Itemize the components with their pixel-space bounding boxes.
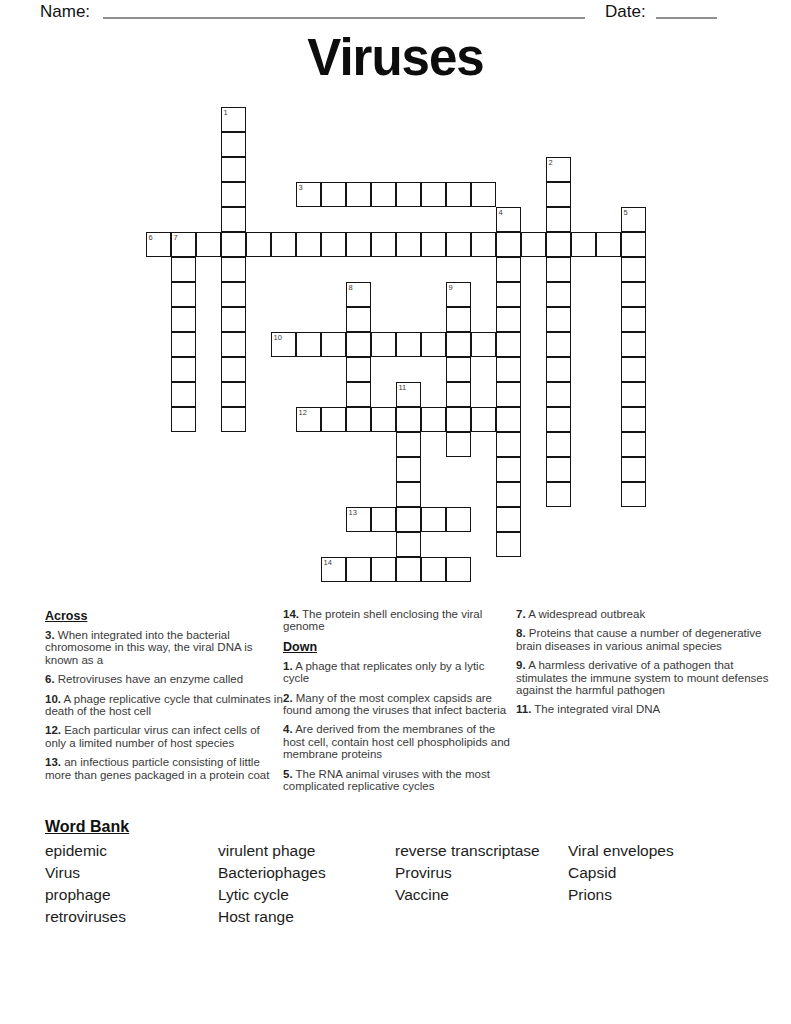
clue-number-5: 5 (624, 208, 628, 217)
grid-cell-r6c19[interactable] (621, 257, 646, 282)
grid-cell-r2c16[interactable]: 2 (546, 157, 571, 182)
grid-cell-r5c9[interactable] (371, 232, 396, 257)
grid-cell-r12c6[interactable]: 12 (296, 407, 321, 432)
grid-cell-r8c19[interactable] (621, 307, 646, 332)
grid-cell-r11c12[interactable] (446, 382, 471, 407)
date-label: Date: (605, 2, 646, 22)
grid-cell-r6c3[interactable] (221, 257, 246, 282)
puzzle-title: Viruses (0, 28, 791, 87)
grid-cell-r18c11[interactable] (421, 557, 446, 582)
grid-cell-r7c16[interactable] (546, 282, 571, 307)
clue-number-9: 9 (449, 283, 453, 292)
grid-cell-r16c9[interactable] (371, 507, 396, 532)
grid-cell-r6c16[interactable] (546, 257, 571, 282)
grid-cell-r9c11[interactable] (421, 332, 446, 357)
word-bank-item-13: retroviruses (45, 908, 218, 930)
clue-across-14: 14. The protein shell enclosing the vira… (283, 608, 513, 633)
clue-number-13: 13 (349, 508, 357, 517)
clue-number-1: 1 (224, 108, 228, 117)
clue-across-10: 10. A phage replicative cycle that culmi… (45, 693, 283, 718)
grid-cell-r8c3[interactable] (221, 307, 246, 332)
clue-number-4: 4 (499, 208, 503, 217)
grid-cell-r10c3[interactable] (221, 357, 246, 382)
grid-cell-r9c8[interactable] (346, 332, 371, 357)
clue-down-2: 2. Many of the most complex capsids are … (283, 692, 513, 717)
down-heading: Down (283, 640, 513, 654)
grid-cell-r9c6[interactable] (296, 332, 321, 357)
grid-cell-r9c14[interactable] (496, 332, 521, 357)
grid-cell-r10c19[interactable] (621, 357, 646, 382)
grid-cell-r6c14[interactable] (496, 257, 521, 282)
grid-cell-r3c11[interactable] (421, 182, 446, 207)
word-bank-item-2: virulent phage (218, 842, 395, 864)
grid-cell-r5c5[interactable] (271, 232, 296, 257)
grid-cell-r9c9[interactable] (371, 332, 396, 357)
grid-cell-r4c19[interactable]: 5 (621, 207, 646, 232)
grid-cell-r12c19[interactable] (621, 407, 646, 432)
word-bank: epidemicvirulent phagereverse transcript… (45, 842, 765, 930)
grid-cell-r8c8[interactable] (346, 307, 371, 332)
grid-cell-r16c8[interactable]: 13 (346, 507, 371, 532)
grid-cell-r11c19[interactable] (621, 382, 646, 407)
clues-column-2: 14. The protein shell enclosing the vira… (283, 608, 513, 799)
grid-cell-r5c2[interactable] (196, 232, 221, 257)
grid-cell-r9c16[interactable] (546, 332, 571, 357)
grid-cell-r3c6[interactable]: 3 (296, 182, 321, 207)
grid-cell-r4c14[interactable]: 4 (496, 207, 521, 232)
grid-cell-r13c12[interactable] (446, 432, 471, 457)
clue-across-12: 12. Each particular virus can infect cel… (45, 724, 283, 749)
grid-cell-r7c3[interactable] (221, 282, 246, 307)
grid-cell-r11c3[interactable] (221, 382, 246, 407)
grid-cell-r11c10[interactable]: 11 (396, 382, 421, 407)
grid-cell-r18c9[interactable] (371, 557, 396, 582)
grid-cell-r15c19[interactable] (621, 482, 646, 507)
grid-cell-r4c16[interactable] (546, 207, 571, 232)
grid-cell-r18c8[interactable] (346, 557, 371, 582)
grid-cell-r5c1[interactable]: 7 (171, 232, 196, 257)
grid-cell-r8c1[interactable] (171, 307, 196, 332)
grid-cell-r14c19[interactable] (621, 457, 646, 482)
grid-cell-r5c12[interactable] (446, 232, 471, 257)
grid-cell-r2c3[interactable] (221, 157, 246, 182)
grid-cell-r3c7[interactable] (321, 182, 346, 207)
grid-cell-r8c16[interactable] (546, 307, 571, 332)
grid-cell-r11c16[interactable] (546, 382, 571, 407)
grid-cell-r11c8[interactable] (346, 382, 371, 407)
across-heading: Across (45, 609, 283, 623)
grid-cell-r7c8[interactable]: 8 (346, 282, 371, 307)
grid-cell-r10c8[interactable] (346, 357, 371, 382)
clue-down-1: 1. A phage that replicates only by a lyt… (283, 660, 513, 685)
worksheet-page: Name: Date: Viruses 1234567891011121314 … (0, 0, 791, 1024)
grid-cell-r5c4[interactable] (246, 232, 271, 257)
name-label: Name: (40, 2, 90, 22)
grid-cell-r12c8[interactable] (346, 407, 371, 432)
clue-number-10: 10 (274, 333, 282, 342)
grid-cell-r5c7[interactable] (321, 232, 346, 257)
grid-cell-r10c12[interactable] (446, 357, 471, 382)
grid-cell-r7c12[interactable]: 9 (446, 282, 471, 307)
grid-cell-r12c14[interactable] (496, 407, 521, 432)
grid-cell-r7c14[interactable] (496, 282, 521, 307)
word-bank-heading: Word Bank (45, 818, 129, 836)
grid-cell-r3c8[interactable] (346, 182, 371, 207)
clue-number-6: 6 (149, 233, 153, 242)
grid-cell-r16c10[interactable] (396, 507, 421, 532)
grid-cell-r7c1[interactable] (171, 282, 196, 307)
word-bank-item-5: Virus (45, 864, 218, 886)
grid-cell-r12c10[interactable] (396, 407, 421, 432)
grid-cell-r12c16[interactable] (546, 407, 571, 432)
grid-cell-r9c3[interactable] (221, 332, 246, 357)
grid-cell-r13c16[interactable] (546, 432, 571, 457)
grid-cell-r14c16[interactable] (546, 457, 571, 482)
grid-cell-r9c5[interactable]: 10 (271, 332, 296, 357)
clues-column-3: 7. A widespread outbreak8. Proteins that… (516, 608, 772, 723)
grid-cell-r0c3[interactable]: 1 (221, 107, 246, 132)
grid-cell-r17c14[interactable] (496, 532, 521, 557)
grid-cell-r3c13[interactable] (471, 182, 496, 207)
grid-cell-r3c3[interactable] (221, 182, 246, 207)
clue-down-9: 9. A harmless derivative of a pathogen t… (516, 659, 772, 696)
clue-across-13: 13. an infectious particle consisting of… (45, 756, 283, 781)
word-bank-item-8: Capsid (568, 864, 765, 886)
clue-number-8: 8 (349, 283, 353, 292)
grid-cell-r3c10[interactable] (396, 182, 421, 207)
grid-cell-r18c12[interactable] (446, 557, 471, 582)
grid-cell-r1c3[interactable] (221, 132, 246, 157)
grid-cell-r9c19[interactable] (621, 332, 646, 357)
clues-column-1: Across3. When integrated into the bacter… (45, 608, 283, 788)
grid-cell-r5c3[interactable] (221, 232, 246, 257)
grid-cell-r10c14[interactable] (496, 357, 521, 382)
grid-cell-r3c9[interactable] (371, 182, 396, 207)
clue-number-2: 2 (549, 158, 553, 167)
grid-cell-r5c0[interactable]: 6 (146, 232, 171, 257)
grid-cell-r10c16[interactable] (546, 357, 571, 382)
grid-cell-r9c13[interactable] (471, 332, 496, 357)
grid-cell-r18c7[interactable]: 14 (321, 557, 346, 582)
word-bank-item-10: Lytic cycle (218, 886, 395, 908)
grid-cell-r15c10[interactable] (396, 482, 421, 507)
grid-cell-r5c15[interactable] (521, 232, 546, 257)
grid-cell-r16c14[interactable] (496, 507, 521, 532)
grid-cell-r15c14[interactable] (496, 482, 521, 507)
grid-cell-r5c6[interactable] (296, 232, 321, 257)
word-bank-item-7: Provirus (395, 864, 568, 886)
grid-cell-r18c10[interactable] (396, 557, 421, 582)
crossword-grid: 1234567891011121314 (146, 107, 646, 582)
word-bank-item-4: Viral envelopes (568, 842, 765, 864)
word-bank-item-14: Host range (218, 908, 395, 930)
grid-cell-r5c10[interactable] (396, 232, 421, 257)
grid-cell-r8c12[interactable] (446, 307, 471, 332)
clue-number-14: 14 (324, 558, 332, 567)
grid-cell-r9c12[interactable] (446, 332, 471, 357)
clue-down-11: 11. The integrated viral DNA (516, 703, 772, 715)
name-fill-line[interactable] (103, 17, 585, 19)
grid-cell-r17c10[interactable] (396, 532, 421, 557)
grid-cell-r12c13[interactable] (471, 407, 496, 432)
grid-cell-r16c12[interactable] (446, 507, 471, 532)
grid-cell-r9c10[interactable] (396, 332, 421, 357)
grid-cell-r12c1[interactable] (171, 407, 196, 432)
grid-cell-r13c19[interactable] (621, 432, 646, 457)
grid-cell-r10c1[interactable] (171, 357, 196, 382)
grid-cell-r12c11[interactable] (421, 407, 446, 432)
grid-cell-r12c3[interactable] (221, 407, 246, 432)
grid-cell-r13c14[interactable] (496, 432, 521, 457)
grid-cell-r5c14[interactable] (496, 232, 521, 257)
grid-cell-r3c16[interactable] (546, 182, 571, 207)
date-fill-line[interactable] (656, 17, 717, 19)
grid-cell-r11c14[interactable] (496, 382, 521, 407)
word-bank-item-11: Vaccine (395, 886, 568, 908)
clue-number-11: 11 (399, 383, 407, 392)
grid-cell-r5c16[interactable] (546, 232, 571, 257)
grid-cell-r12c9[interactable] (371, 407, 396, 432)
clue-down-4: 4. Are derived from the membranes of the… (283, 723, 513, 760)
grid-cell-r9c1[interactable] (171, 332, 196, 357)
clue-across-6: 6. Retroviruses have an enzyme called (45, 673, 283, 685)
clue-number-7: 7 (174, 233, 178, 242)
grid-cell-r12c12[interactable] (446, 407, 471, 432)
clue-down-8: 8. Proteins that cause a number of degen… (516, 627, 772, 652)
grid-cell-r5c18[interactable] (596, 232, 621, 257)
grid-cell-r5c8[interactable] (346, 232, 371, 257)
clue-number-12: 12 (299, 408, 307, 417)
word-bank-item-12: Prions (568, 886, 765, 908)
clue-number-3: 3 (299, 183, 303, 192)
word-bank-item-6: Bacteriophages (218, 864, 395, 886)
word-bank-item-3: reverse transcriptase (395, 842, 568, 864)
grid-cell-r14c10[interactable] (396, 457, 421, 482)
grid-cell-r5c19[interactable] (621, 232, 646, 257)
grid-cell-r11c1[interactable] (171, 382, 196, 407)
grid-cell-r5c17[interactable] (571, 232, 596, 257)
grid-cell-r7c19[interactable] (621, 282, 646, 307)
grid-cell-r3c12[interactable] (446, 182, 471, 207)
grid-cell-r16c11[interactable] (421, 507, 446, 532)
clue-across-3: 3. When integrated into the bacterial ch… (45, 629, 283, 666)
clue-down-7: 7. A widespread outbreak (516, 608, 772, 620)
grid-cell-r5c13[interactable] (471, 232, 496, 257)
grid-cell-r6c1[interactable] (171, 257, 196, 282)
word-bank-item-9: prophage (45, 886, 218, 908)
grid-cell-r13c10[interactable] (396, 432, 421, 457)
grid-cell-r15c16[interactable] (546, 482, 571, 507)
grid-cell-r4c3[interactable] (221, 207, 246, 232)
grid-cell-r5c11[interactable] (421, 232, 446, 257)
word-bank-item-1: epidemic (45, 842, 218, 864)
grid-cell-r14c14[interactable] (496, 457, 521, 482)
grid-cell-r8c14[interactable] (496, 307, 521, 332)
grid-cell-r12c7[interactable] (321, 407, 346, 432)
clue-down-5: 5. The RNA animal viruses with the most … (283, 768, 513, 793)
grid-cell-r9c7[interactable] (321, 332, 346, 357)
